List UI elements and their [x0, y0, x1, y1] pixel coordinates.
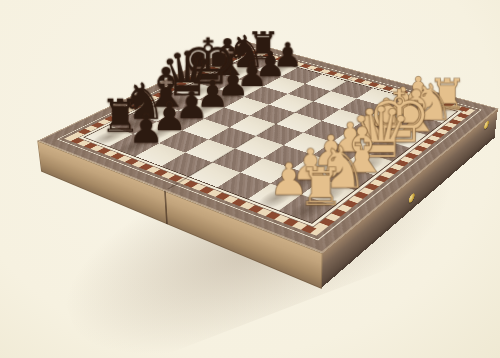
fold-seam-edge: [164, 191, 168, 225]
brass-clasp: [409, 192, 415, 205]
brass-hinge: [484, 119, 489, 130]
square-d4: [256, 124, 303, 145]
photo-background: ♜♞♝♛♚♝♞♜♟♟♟♟♟♟♟♟♟♟♟♟♟♟♟♟♜♞♝♛♚♝♞♜: [0, 0, 500, 358]
